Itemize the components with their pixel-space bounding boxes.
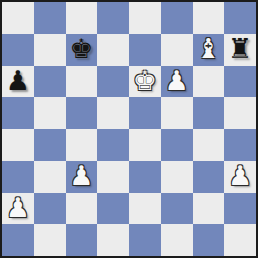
square-h7[interactable]: ♜ <box>224 34 256 66</box>
square-b7[interactable] <box>34 34 66 66</box>
square-f2[interactable] <box>161 193 193 225</box>
square-h3[interactable]: ♟ <box>224 161 256 193</box>
square-c2[interactable] <box>66 193 98 225</box>
square-a5[interactable] <box>2 97 34 129</box>
piece-white-pawn[interactable]: ♟ <box>69 162 93 189</box>
square-a1[interactable] <box>2 224 34 256</box>
square-f4[interactable] <box>161 129 193 161</box>
square-c7[interactable]: ♚ <box>66 34 98 66</box>
square-a4[interactable] <box>2 129 34 161</box>
square-c5[interactable] <box>66 97 98 129</box>
square-g7[interactable]: ♝ <box>193 34 225 66</box>
square-b4[interactable] <box>34 129 66 161</box>
square-b2[interactable] <box>34 193 66 225</box>
square-a6[interactable]: ♟ <box>2 66 34 98</box>
square-b5[interactable] <box>34 97 66 129</box>
square-c1[interactable] <box>66 224 98 256</box>
square-c4[interactable] <box>66 129 98 161</box>
square-d8[interactable] <box>97 2 129 34</box>
chess-board: ♚♝♜♟♚♟♟♟♟ <box>2 2 256 256</box>
square-c6[interactable] <box>66 66 98 98</box>
square-f7[interactable] <box>161 34 193 66</box>
square-a8[interactable] <box>2 2 34 34</box>
square-a3[interactable] <box>2 161 34 193</box>
square-h2[interactable] <box>224 193 256 225</box>
square-f5[interactable] <box>161 97 193 129</box>
piece-white-king[interactable]: ♚ <box>133 67 157 94</box>
square-f8[interactable] <box>161 2 193 34</box>
piece-white-pawn[interactable]: ♟ <box>6 194 30 221</box>
square-d2[interactable] <box>97 193 129 225</box>
square-h5[interactable] <box>224 97 256 129</box>
square-f3[interactable] <box>161 161 193 193</box>
piece-white-pawn[interactable]: ♟ <box>228 162 252 189</box>
square-f6[interactable]: ♟ <box>161 66 193 98</box>
square-h8[interactable] <box>224 2 256 34</box>
square-e3[interactable] <box>129 161 161 193</box>
piece-white-pawn[interactable]: ♟ <box>165 67 189 94</box>
square-g4[interactable] <box>193 129 225 161</box>
square-b3[interactable] <box>34 161 66 193</box>
square-d5[interactable] <box>97 97 129 129</box>
square-b8[interactable] <box>34 2 66 34</box>
square-a7[interactable] <box>2 34 34 66</box>
square-g3[interactable] <box>193 161 225 193</box>
square-e5[interactable] <box>129 97 161 129</box>
square-c8[interactable] <box>66 2 98 34</box>
square-a2[interactable]: ♟ <box>2 193 34 225</box>
piece-black-king[interactable]: ♚ <box>69 35 93 62</box>
piece-black-rook[interactable]: ♜ <box>228 35 252 62</box>
square-h6[interactable] <box>224 66 256 98</box>
piece-black-pawn[interactable]: ♟ <box>6 67 30 94</box>
square-e8[interactable] <box>129 2 161 34</box>
chess-board-frame: ♚♝♜♟♚♟♟♟♟ <box>0 0 258 258</box>
square-d1[interactable] <box>97 224 129 256</box>
square-d7[interactable] <box>97 34 129 66</box>
square-g8[interactable] <box>193 2 225 34</box>
square-b1[interactable] <box>34 224 66 256</box>
square-d3[interactable] <box>97 161 129 193</box>
square-d4[interactable] <box>97 129 129 161</box>
square-e4[interactable] <box>129 129 161 161</box>
square-g6[interactable] <box>193 66 225 98</box>
square-g5[interactable] <box>193 97 225 129</box>
square-b6[interactable] <box>34 66 66 98</box>
square-h4[interactable] <box>224 129 256 161</box>
square-e1[interactable] <box>129 224 161 256</box>
piece-white-bishop[interactable]: ♝ <box>196 35 220 62</box>
square-g1[interactable] <box>193 224 225 256</box>
square-f1[interactable] <box>161 224 193 256</box>
square-g2[interactable] <box>193 193 225 225</box>
square-e6[interactable]: ♚ <box>129 66 161 98</box>
square-c3[interactable]: ♟ <box>66 161 98 193</box>
square-d6[interactable] <box>97 66 129 98</box>
square-e2[interactable] <box>129 193 161 225</box>
square-h1[interactable] <box>224 224 256 256</box>
square-e7[interactable] <box>129 34 161 66</box>
